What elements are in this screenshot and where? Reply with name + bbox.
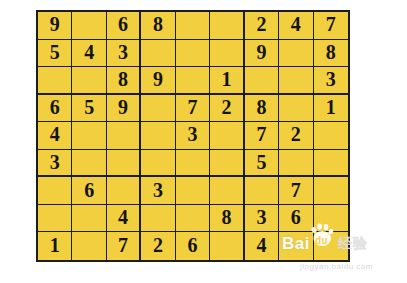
sudoku-cell-r7c6[interactable] — [210, 177, 244, 205]
sudoku-cell-r6c8[interactable] — [279, 150, 313, 178]
sudoku-cell-r1c4[interactable]: 8 — [141, 12, 175, 40]
sudoku-cell-r9c4[interactable]: 2 — [141, 232, 175, 260]
sudoku-cell-r1c8[interactable]: 4 — [279, 12, 313, 40]
sudoku-given-digit: 8 — [153, 14, 163, 34]
sudoku-cell-r9c5[interactable]: 6 — [176, 232, 210, 260]
sudoku-given-digit: 7 — [118, 235, 128, 255]
sudoku-cell-r1c2[interactable] — [72, 12, 106, 40]
sudoku-cell-r9c2[interactable] — [72, 232, 106, 260]
sudoku-given-digit: 6 — [291, 207, 301, 227]
sudoku-given-digit: 7 — [291, 180, 301, 200]
sudoku-cell-r1c9[interactable]: 7 — [314, 12, 348, 40]
sudoku-cell-r9c1[interactable]: 1 — [38, 232, 72, 260]
sudoku-cell-r6c4[interactable] — [141, 150, 175, 178]
sudoku-cell-r4c7[interactable]: 8 — [245, 95, 279, 123]
sudoku-cell-r8c7[interactable]: 3 — [245, 205, 279, 233]
sudoku-cell-r4c1[interactable]: 6 — [38, 95, 72, 123]
sudoku-cell-r8c4[interactable] — [141, 205, 175, 233]
sudoku-cell-r5c6[interactable] — [210, 122, 244, 150]
sudoku-given-digit: 9 — [153, 69, 163, 89]
sudoku-cell-r9c3[interactable]: 7 — [107, 232, 141, 260]
sudoku-cell-r3c4[interactable]: 9 — [141, 67, 175, 95]
sudoku-given-digit: 2 — [153, 235, 163, 255]
sudoku-given-digit: 5 — [50, 42, 60, 62]
sudoku-cell-r2c1[interactable]: 5 — [38, 40, 72, 68]
sudoku-given-digit: 5 — [84, 97, 94, 117]
sudoku-given-digit: 8 — [118, 69, 128, 89]
sudoku-cell-r8c1[interactable] — [38, 205, 72, 233]
sudoku-cell-r4c5[interactable]: 7 — [176, 95, 210, 123]
sudoku-cell-r9c7[interactable]: 4 — [245, 232, 279, 260]
sudoku-given-digit: 9 — [50, 14, 60, 34]
sudoku-cell-r4c2[interactable]: 5 — [72, 95, 106, 123]
sudoku-board: 9682475439889136597281437235637483617264 — [36, 10, 350, 262]
sudoku-given-digit: 1 — [326, 97, 336, 117]
sudoku-cell-r2c4[interactable] — [141, 40, 175, 68]
sudoku-given-digit: 6 — [118, 14, 128, 34]
sudoku-given-digit: 6 — [187, 235, 197, 255]
sudoku-cell-r9c9[interactable] — [314, 232, 348, 260]
sudoku-cell-r5c4[interactable] — [141, 122, 175, 150]
sudoku-cell-r8c9[interactable] — [314, 205, 348, 233]
sudoku-cell-r7c8[interactable]: 7 — [279, 177, 313, 205]
sudoku-cell-r5c7[interactable]: 7 — [245, 122, 279, 150]
sudoku-given-digit: 1 — [50, 235, 60, 255]
sudoku-cell-r8c3[interactable]: 4 — [107, 205, 141, 233]
sudoku-cell-r8c2[interactable] — [72, 205, 106, 233]
sudoku-cell-r7c4[interactable]: 3 — [141, 177, 175, 205]
sudoku-given-digit: 1 — [221, 69, 231, 89]
sudoku-cell-r3c8[interactable] — [279, 67, 313, 95]
sudoku-given-digit: 3 — [187, 124, 197, 144]
sudoku-cell-r4c3[interactable]: 9 — [107, 95, 141, 123]
sudoku-cell-r2c3[interactable]: 3 — [107, 40, 141, 68]
sudoku-cell-r1c7[interactable]: 2 — [245, 12, 279, 40]
sudoku-given-digit: 3 — [118, 42, 128, 62]
sudoku-cell-r6c6[interactable] — [210, 150, 244, 178]
sudoku-cell-r3c7[interactable] — [245, 67, 279, 95]
sudoku-cell-r7c5[interactable] — [176, 177, 210, 205]
page: 9682475439889136597281437235637483617264… — [0, 0, 407, 283]
sudoku-cell-r7c2[interactable]: 6 — [72, 177, 106, 205]
sudoku-cell-r1c3[interactable]: 6 — [107, 12, 141, 40]
sudoku-given-digit: 6 — [84, 180, 94, 200]
sudoku-cell-r8c8[interactable]: 6 — [279, 205, 313, 233]
sudoku-cell-r5c9[interactable] — [314, 122, 348, 150]
sudoku-cell-r8c6[interactable]: 8 — [210, 205, 244, 233]
sudoku-cell-r7c7[interactable] — [245, 177, 279, 205]
sudoku-cell-r3c1[interactable] — [38, 67, 72, 95]
sudoku-cell-r1c5[interactable] — [176, 12, 210, 40]
sudoku-cell-r3c9[interactable]: 3 — [314, 67, 348, 95]
sudoku-given-digit: 4 — [118, 207, 128, 227]
sudoku-cell-r4c9[interactable]: 1 — [314, 95, 348, 123]
sudoku-cell-r2c2[interactable]: 4 — [72, 40, 106, 68]
sudoku-cell-r6c3[interactable] — [107, 150, 141, 178]
sudoku-cell-r3c6[interactable]: 1 — [210, 67, 244, 95]
sudoku-given-digit: 2 — [221, 97, 231, 117]
sudoku-given-digit: 6 — [50, 97, 60, 117]
sudoku-cell-r9c8[interactable] — [279, 232, 313, 260]
sudoku-given-digit: 3 — [50, 152, 60, 172]
sudoku-cell-r5c5[interactable]: 3 — [176, 122, 210, 150]
sudoku-cell-r5c3[interactable] — [107, 122, 141, 150]
sudoku-cell-r9c6[interactable] — [210, 232, 244, 260]
sudoku-cell-r2c5[interactable] — [176, 40, 210, 68]
sudoku-cell-r4c6[interactable]: 2 — [210, 95, 244, 123]
sudoku-given-digit: 4 — [256, 235, 266, 255]
sudoku-cell-r1c6[interactable] — [210, 12, 244, 40]
sudoku-cell-r2c6[interactable] — [210, 40, 244, 68]
sudoku-cell-r8c5[interactable] — [176, 205, 210, 233]
sudoku-given-digit: 9 — [118, 97, 128, 117]
sudoku-cell-r5c8[interactable]: 2 — [279, 122, 313, 150]
sudoku-given-digit: 7 — [256, 124, 266, 144]
sudoku-given-digit: 2 — [256, 14, 266, 34]
sudoku-given-digit: 8 — [326, 42, 336, 62]
sudoku-cell-r1c1[interactable]: 9 — [38, 12, 72, 40]
sudoku-cell-r5c1[interactable]: 4 — [38, 122, 72, 150]
sudoku-given-digit: 3 — [153, 180, 163, 200]
sudoku-given-digit: 8 — [256, 97, 266, 117]
sudoku-cell-r2c7[interactable]: 9 — [245, 40, 279, 68]
sudoku-given-digit: 4 — [84, 42, 94, 62]
sudoku-given-digit: 3 — [326, 69, 336, 89]
sudoku-cell-r5c2[interactable] — [72, 122, 106, 150]
sudoku-cell-r7c9[interactable] — [314, 177, 348, 205]
sudoku-cell-r7c3[interactable] — [107, 177, 141, 205]
sudoku-given-digit: 9 — [256, 42, 266, 62]
sudoku-cell-r6c5[interactable] — [176, 150, 210, 178]
sudoku-cell-r6c7[interactable]: 5 — [245, 150, 279, 178]
sudoku-cell-r3c5[interactable] — [176, 67, 210, 95]
sudoku-cell-r3c2[interactable] — [72, 67, 106, 95]
sudoku-cell-r4c4[interactable] — [141, 95, 175, 123]
sudoku-cell-r6c1[interactable]: 3 — [38, 150, 72, 178]
sudoku-cell-r3c3[interactable]: 8 — [107, 67, 141, 95]
sudoku-given-digit: 8 — [221, 207, 231, 227]
sudoku-given-digit: 7 — [187, 97, 197, 117]
sudoku-cell-r4c8[interactable] — [279, 95, 313, 123]
baidu-watermark-url: jingyan.baidu.com — [300, 262, 373, 271]
sudoku-given-digit: 2 — [291, 124, 301, 144]
sudoku-cell-r2c9[interactable]: 8 — [314, 40, 348, 68]
sudoku-cell-r6c2[interactable] — [72, 150, 106, 178]
sudoku-given-digit: 4 — [291, 14, 301, 34]
sudoku-cell-r6c9[interactable] — [314, 150, 348, 178]
sudoku-given-digit: 5 — [256, 152, 266, 172]
sudoku-given-digit: 3 — [256, 207, 266, 227]
sudoku-given-digit: 7 — [326, 14, 336, 34]
sudoku-cell-r7c1[interactable] — [38, 177, 72, 205]
sudoku-given-digit: 4 — [50, 124, 60, 144]
sudoku-cell-r2c8[interactable] — [279, 40, 313, 68]
